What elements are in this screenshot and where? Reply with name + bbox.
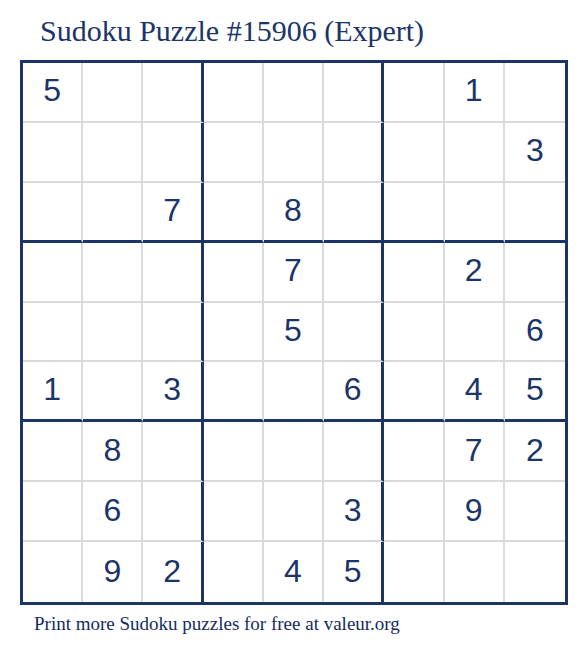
- sudoku-cell-r5c7: [384, 303, 444, 363]
- sudoku-cell-r5c2: [83, 303, 143, 363]
- sudoku-cell-r8c7: [384, 482, 444, 542]
- sudoku-cell-r1c3: [143, 63, 203, 123]
- sudoku-cell-r2c5: [264, 123, 324, 183]
- sudoku-cell-r6c2: [83, 362, 143, 422]
- sudoku-cell-r6c1: 1: [23, 362, 83, 422]
- sudoku-cell-r4c5: 7: [264, 243, 324, 303]
- sudoku-cell-r3c7: [384, 183, 444, 243]
- sudoku-cell-r6c6: 6: [324, 362, 384, 422]
- sudoku-cell-r4c1: [23, 243, 83, 303]
- sudoku-cell-r5c5: 5: [264, 303, 324, 363]
- sudoku-cell-r9c9: [505, 542, 565, 602]
- sudoku-cell-r2c7: [384, 123, 444, 183]
- sudoku-cell-r2c4: [204, 123, 264, 183]
- sudoku-cell-r6c8: 4: [445, 362, 505, 422]
- sudoku-cell-r7c8: 7: [445, 422, 505, 482]
- sudoku-cell-r4c7: [384, 243, 444, 303]
- sudoku-cell-r4c3: [143, 243, 203, 303]
- sudoku-cell-r3c2: [83, 183, 143, 243]
- sudoku-cell-r8c9: [505, 482, 565, 542]
- sudoku-cell-r5c3: [143, 303, 203, 363]
- sudoku-cell-r6c5: [264, 362, 324, 422]
- sudoku-cell-r1c5: [264, 63, 324, 123]
- sudoku-cell-r9c4: [204, 542, 264, 602]
- sudoku-cell-r5c1: [23, 303, 83, 363]
- sudoku-cell-r8c6: 3: [324, 482, 384, 542]
- sudoku-cell-r2c1: [23, 123, 83, 183]
- sudoku-cell-r2c2: [83, 123, 143, 183]
- sudoku-cell-r9c1: [23, 542, 83, 602]
- sudoku-cell-r5c8: [445, 303, 505, 363]
- sudoku-cell-r6c3: 3: [143, 362, 203, 422]
- sudoku-cell-r2c9: 3: [505, 123, 565, 183]
- sudoku-cell-r9c5: 4: [264, 542, 324, 602]
- sudoku-cell-r1c6: [324, 63, 384, 123]
- sudoku-cell-r2c6: [324, 123, 384, 183]
- sudoku-cell-r3c9: [505, 183, 565, 243]
- sudoku-cell-r4c9: [505, 243, 565, 303]
- sudoku-cell-r1c8: 1: [445, 63, 505, 123]
- sudoku-cell-r4c8: 2: [445, 243, 505, 303]
- sudoku-cell-r3c1: [23, 183, 83, 243]
- page-title: Sudoku Puzzle #15906 (Expert): [40, 14, 424, 48]
- sudoku-cell-r5c6: [324, 303, 384, 363]
- sudoku-cell-r3c3: 7: [143, 183, 203, 243]
- sudoku-cell-r7c7: [384, 422, 444, 482]
- sudoku-cell-r7c3: [143, 422, 203, 482]
- sudoku-cell-r6c4: [204, 362, 264, 422]
- sudoku-cell-r5c9: 6: [505, 303, 565, 363]
- sudoku-cell-r3c5: 8: [264, 183, 324, 243]
- sudoku-cell-r6c7: [384, 362, 444, 422]
- sudoku-cell-r8c2: 6: [83, 482, 143, 542]
- sudoku-cell-r2c8: [445, 123, 505, 183]
- sudoku-cell-r3c6: [324, 183, 384, 243]
- sudoku-cell-r7c6: [324, 422, 384, 482]
- sudoku-cell-r8c4: [204, 482, 264, 542]
- sudoku-cell-r8c8: 9: [445, 482, 505, 542]
- sudoku-cell-r8c1: [23, 482, 83, 542]
- sudoku-cell-r7c4: [204, 422, 264, 482]
- sudoku-cell-r9c7: [384, 542, 444, 602]
- sudoku-cell-r6c9: 5: [505, 362, 565, 422]
- sudoku-cell-r1c4: [204, 63, 264, 123]
- sudoku-board: 513787256136458726399245: [20, 60, 568, 605]
- sudoku-cell-r4c2: [83, 243, 143, 303]
- sudoku-cell-r9c3: 2: [143, 542, 203, 602]
- sudoku-cell-r4c4: [204, 243, 264, 303]
- sudoku-cell-r8c5: [264, 482, 324, 542]
- sudoku-cell-r9c6: 5: [324, 542, 384, 602]
- sudoku-cell-r8c3: [143, 482, 203, 542]
- sudoku-cell-r5c4: [204, 303, 264, 363]
- sudoku-cell-r3c8: [445, 183, 505, 243]
- sudoku-cell-r7c9: 2: [505, 422, 565, 482]
- footer-credit: Print more Sudoku puzzles for free at va…: [34, 613, 400, 635]
- sudoku-cell-r7c5: [264, 422, 324, 482]
- sudoku-cell-r1c1: 5: [23, 63, 83, 123]
- sudoku-cell-r2c3: [143, 123, 203, 183]
- sudoku-cell-r3c4: [204, 183, 264, 243]
- sudoku-cell-r9c2: 9: [83, 542, 143, 602]
- sudoku-cell-r7c1: [23, 422, 83, 482]
- sudoku-cell-r7c2: 8: [83, 422, 143, 482]
- sudoku-cell-r1c9: [505, 63, 565, 123]
- sudoku-cell-r1c2: [83, 63, 143, 123]
- sudoku-cell-r1c7: [384, 63, 444, 123]
- sudoku-cell-r9c8: [445, 542, 505, 602]
- sudoku-cell-r4c6: [324, 243, 384, 303]
